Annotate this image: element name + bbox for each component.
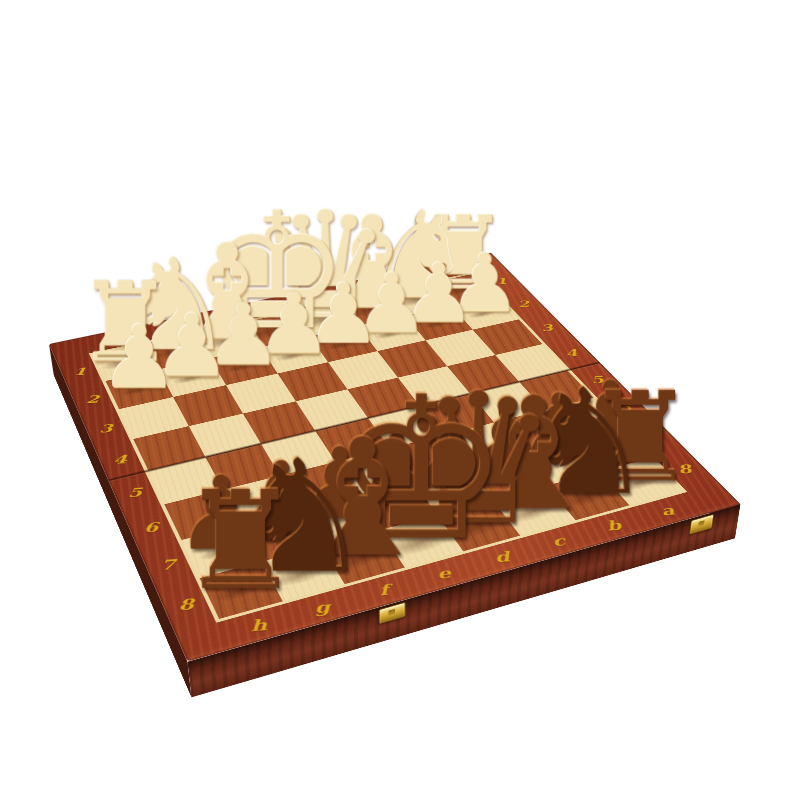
rank-label-1-right: 1: [495, 277, 509, 285]
rank-label-2-left: 2: [86, 394, 100, 405]
brass-latch-icon: [689, 514, 714, 535]
rank-label-2-right: 2: [517, 299, 531, 308]
rank-label-4-right: 4: [564, 348, 579, 358]
file-label-g-far: g: [159, 324, 171, 333]
brass-latch-icon: [379, 602, 406, 624]
file-label-d-far: d: [304, 294, 316, 303]
rank-label-3-right: 3: [540, 323, 555, 332]
perspective-scene: 1122334455667788hhggffeeddccbbaa ♜♞♝♚♛♝♞…: [0, 0, 800, 800]
rank-label-1-left: 1: [73, 366, 87, 376]
file-label-a-far: a: [440, 266, 452, 274]
file-label-f-far: f: [211, 314, 218, 323]
file-label-c-far: c: [351, 285, 362, 294]
file-label-e-far: e: [257, 304, 268, 313]
file-label-h-far: h: [107, 335, 120, 345]
product-photo-stage: 1122334455667788hhggffeeddccbbaa ♜♞♝♚♛♝♞…: [0, 0, 800, 800]
chess-board: 1122334455667788hhggffeeddccbbaa ♜♞♝♚♛♝♞…: [49, 253, 741, 662]
file-label-b-far: b: [395, 275, 408, 283]
black-rook-icon: ♜: [180, 473, 301, 609]
